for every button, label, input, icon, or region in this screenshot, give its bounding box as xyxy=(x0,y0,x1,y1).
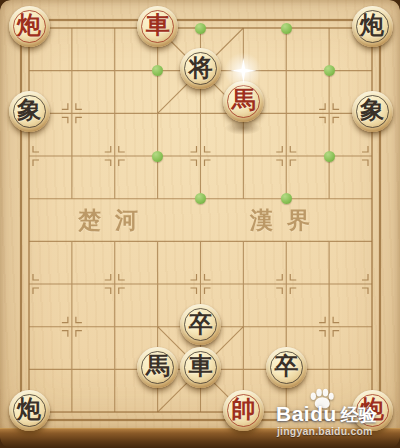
move-hint-dot[interactable] xyxy=(152,151,163,162)
piece-black-soldier[interactable]: 卒 xyxy=(266,347,307,388)
piece-black-cannon[interactable]: 炮 xyxy=(9,390,50,431)
piece-label: 卒 xyxy=(189,308,213,340)
piece-black-elephant[interactable]: 象 xyxy=(9,91,50,132)
piece-black-chariot[interactable]: 車 xyxy=(180,347,221,388)
piece-label: 将 xyxy=(189,52,213,84)
move-hint-dot[interactable] xyxy=(281,23,292,34)
river-label-left: 楚河 xyxy=(78,205,152,236)
piece-black-elephant[interactable]: 象 xyxy=(352,91,393,132)
piece-label: 炮 xyxy=(17,9,41,41)
piece-label: 炮 xyxy=(360,9,384,41)
xiangqi-board-screen: 楚河 漢界 炮車炮将象馬象卒馬車卒炮帥炮 Baidu经验 jingyan.bai… xyxy=(0,0,400,448)
piece-red-cannon[interactable]: 炮 xyxy=(9,6,50,47)
river-label-right: 漢界 xyxy=(250,205,324,236)
piece-label: 車 xyxy=(189,350,213,382)
move-hint-dot[interactable] xyxy=(324,151,335,162)
move-hint-dot[interactable] xyxy=(324,65,335,76)
move-hint-dot[interactable] xyxy=(195,23,206,34)
watermark-url: jingyan.baidu.com xyxy=(277,425,373,437)
piece-label: 帥 xyxy=(231,393,255,425)
watermark-brand-latin: Baidu xyxy=(276,402,337,425)
piece-red-general[interactable]: 帥 xyxy=(223,390,264,431)
piece-black-cannon[interactable]: 炮 xyxy=(352,6,393,47)
move-hint-dot[interactable] xyxy=(281,193,292,204)
piece-label: 卒 xyxy=(274,350,298,382)
piece-black-soldier[interactable]: 卒 xyxy=(180,304,221,345)
piece-black-horse[interactable]: 馬 xyxy=(137,347,178,388)
piece-black-general[interactable]: 将 xyxy=(180,48,221,89)
piece-label: 馬 xyxy=(146,350,170,382)
piece-label: 炮 xyxy=(17,393,41,425)
watermark-brand-cn: 经验 xyxy=(341,405,377,425)
piece-label: 象 xyxy=(360,94,384,126)
watermark-brand-line: Baidu经验 xyxy=(276,402,377,427)
baidu-jingyan-watermark: Baidu经验 jingyan.baidu.com xyxy=(276,388,400,440)
piece-label: 象 xyxy=(17,94,41,126)
piece-label: 車 xyxy=(146,9,170,41)
piece-red-chariot[interactable]: 車 xyxy=(137,6,178,47)
